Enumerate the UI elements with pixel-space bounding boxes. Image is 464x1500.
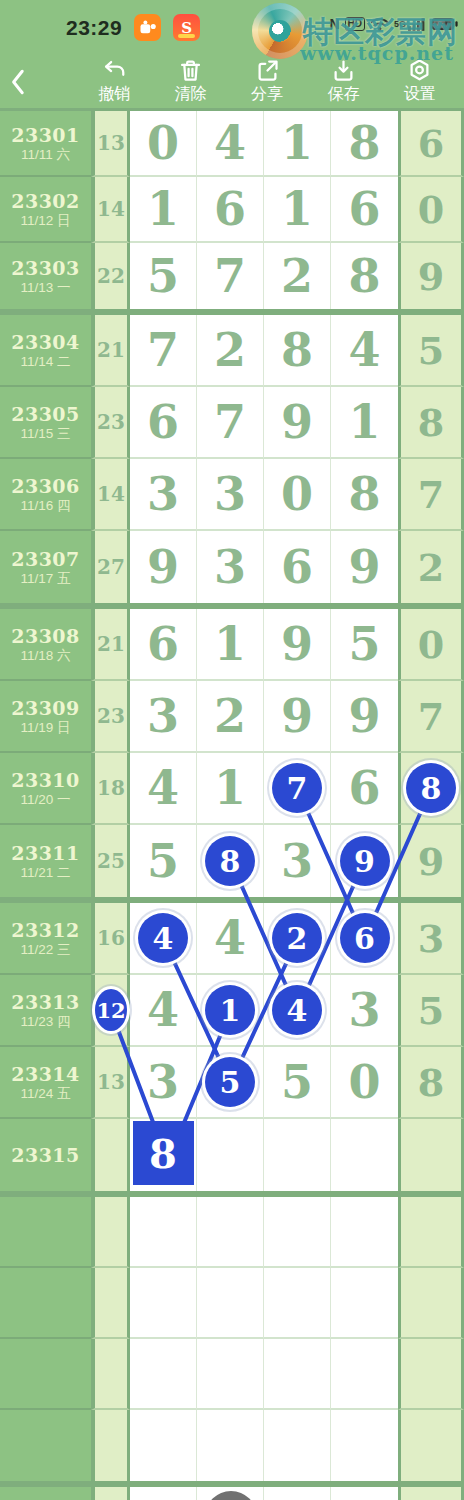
- cell-period: 2331411/24 五: [0, 1047, 91, 1119]
- battery-icon: [431, 17, 458, 31]
- circled-digit[interactable]: 9: [340, 836, 390, 886]
- table-row: 2330811/18 六 21 6 1 9 5 0: [0, 609, 464, 681]
- cell-digit[interactable]: 8: [331, 111, 398, 177]
- draw-group-3: 2330811/18 六 21 6 1 9 5 0 2330911/19 日 2…: [0, 609, 464, 897]
- table-row: 23315 8: [0, 1119, 464, 1191]
- signal-icon: [408, 17, 426, 32]
- cell-period: [0, 1410, 91, 1481]
- cell-tail[interactable]: 5: [398, 975, 464, 1047]
- circled-digit[interactable]: 4: [138, 913, 188, 963]
- cell-sum[interactable]: [91, 1119, 130, 1191]
- circled-digit[interactable]: 8: [205, 836, 255, 886]
- cell-digit[interactable]: 6: [331, 903, 398, 975]
- settings-button[interactable]: 设置: [382, 55, 458, 108]
- settings-icon: [406, 57, 433, 84]
- cell-sum[interactable]: [91, 1487, 130, 1500]
- cell-digit[interactable]: 3: [331, 975, 398, 1047]
- cell-digit[interactable]: 6: [130, 609, 197, 681]
- cell-digit[interactable]: [331, 1339, 398, 1410]
- cell-digit[interactable]: 6: [331, 177, 398, 243]
- cell-digit[interactable]: 1: [197, 609, 264, 681]
- cell-digit[interactable]: 1: [264, 177, 331, 243]
- toolbar: 撤销 清除 分享: [0, 55, 464, 108]
- cell-period: [0, 1197, 91, 1268]
- cell-digit[interactable]: 9: [331, 825, 398, 897]
- table-row: 2331011/20 一 18 4 1 7 6 8: [0, 753, 464, 825]
- cell-digit[interactable]: 4: [130, 903, 197, 975]
- cell-digit[interactable]: 6: [331, 753, 398, 825]
- cell-sum[interactable]: [91, 1410, 130, 1481]
- cell-sum[interactable]: 12: [91, 975, 130, 1047]
- cell-period: 2330311/13 一: [0, 243, 91, 309]
- cell-digit[interactable]: 2: [197, 315, 264, 387]
- cell-digit[interactable]: 7: [130, 315, 197, 387]
- circled-digit[interactable]: 4: [272, 985, 322, 1035]
- lottery-trend-app: 23:29 S N HD 5G: [0, 0, 464, 1500]
- cell-sum[interactable]: 22: [91, 243, 130, 309]
- cell-tail[interactable]: 7: [398, 459, 464, 531]
- cell-sum[interactable]: 23: [91, 681, 130, 753]
- cell-sum[interactable]: [91, 1339, 130, 1410]
- circled-digit[interactable]: 7: [272, 763, 322, 813]
- circled-digit[interactable]: 8: [406, 763, 456, 813]
- table-row: 2330911/19 日 23 3 2 9 9 7: [0, 681, 464, 753]
- cell-digit[interactable]: 0: [264, 459, 331, 531]
- cell-tail[interactable]: 3: [398, 903, 464, 975]
- cell-digit[interactable]: 9: [331, 681, 398, 753]
- wifi-icon: [370, 17, 389, 32]
- cell-tail[interactable]: [398, 1339, 464, 1410]
- table-row: 2330511/15 三 23 6 7 9 1 8: [0, 387, 464, 459]
- filled-square-digit[interactable]: 8: [133, 1121, 194, 1185]
- cell-digit[interactable]: 3: [130, 681, 197, 753]
- cell-digit[interactable]: 7: [197, 387, 264, 459]
- cell-tail[interactable]: [398, 1119, 464, 1191]
- circled-sum[interactable]: 12: [95, 989, 127, 1031]
- draw-group-2: 2330411/14 二 21 7 2 8 4 5 2330511/15 三 2…: [0, 315, 464, 603]
- cell-digit[interactable]: 3: [130, 459, 197, 531]
- cell-tail[interactable]: [398, 1268, 464, 1339]
- cell-digit[interactable]: 9: [130, 531, 197, 603]
- cell-period: 2331111/21 二: [0, 825, 91, 897]
- cell-sum[interactable]: 18: [91, 753, 130, 825]
- cell-period: 2330411/14 二: [0, 315, 91, 387]
- cell-digit[interactable]: [331, 1410, 398, 1481]
- table-row: [0, 1268, 464, 1339]
- cell-digit[interactable]: [197, 1197, 264, 1268]
- share-icon: [254, 57, 281, 84]
- network-type-label: 5G: [394, 19, 406, 29]
- cell-digit[interactable]: 9: [264, 387, 331, 459]
- cell-digit[interactable]: 4: [264, 975, 331, 1047]
- chevron-left-icon: [6, 67, 32, 97]
- cell-period: [0, 1487, 91, 1500]
- cell-sum[interactable]: 21: [91, 315, 130, 387]
- undo-icon: [101, 57, 128, 84]
- trash-icon: [177, 57, 204, 84]
- cell-sum[interactable]: [91, 1268, 130, 1339]
- cell-period: 2330711/17 五: [0, 531, 91, 603]
- cell-tail[interactable]: 8: [398, 753, 464, 825]
- cell-tail[interactable]: 7: [398, 681, 464, 753]
- circled-digit[interactable]: 1: [205, 985, 255, 1035]
- table-row: 2330111/11 六 13 0 4 1 8 6: [0, 111, 464, 177]
- table-row: 2330211/12 日 14 1 6 1 6 0: [0, 177, 464, 243]
- table-row: [0, 1339, 464, 1410]
- cell-digit[interactable]: 3: [130, 1047, 197, 1119]
- cell-digit[interactable]: 4: [197, 111, 264, 177]
- table-row: 2331411/24 五 13 3 5 5 0 8: [0, 1047, 464, 1119]
- circled-digit[interactable]: 5: [205, 1057, 255, 1107]
- table-row: 2331311/23 四 12 4 1 4 3 5: [0, 975, 464, 1047]
- cell-digit[interactable]: [264, 1410, 331, 1481]
- undo-button[interactable]: 撤销: [76, 55, 152, 108]
- nfc-icon: N: [329, 16, 339, 32]
- clear-label: 清除: [175, 85, 207, 103]
- cell-tail[interactable]: 9: [398, 825, 464, 897]
- cell-digit[interactable]: 4: [130, 753, 197, 825]
- cell-digit[interactable]: [264, 1339, 331, 1410]
- trend-grid: 2330111/11 六 13 0 4 1 8 6 2330211/12 日 1…: [0, 108, 464, 1500]
- cell-digit[interactable]: [130, 1410, 197, 1481]
- cell-period: 2330811/18 六: [0, 609, 91, 681]
- cell-digit[interactable]: 3: [197, 531, 264, 603]
- settings-label: 设置: [404, 85, 436, 103]
- cell-digit[interactable]: [197, 1119, 264, 1191]
- cell-sum[interactable]: 23: [91, 387, 130, 459]
- cell-digit[interactable]: [197, 1339, 264, 1410]
- cell-digit[interactable]: 0: [130, 111, 197, 177]
- cell-digit[interactable]: 8: [264, 315, 331, 387]
- cell-tail[interactable]: [398, 1487, 464, 1500]
- cell-digit[interactable]: [197, 1268, 264, 1339]
- table-row: [0, 1410, 464, 1481]
- cell-sum[interactable]: 13: [91, 1047, 130, 1119]
- save-label: 保存: [327, 85, 359, 103]
- cell-digit[interactable]: 1: [264, 111, 331, 177]
- cell-tail[interactable]: 8: [398, 1047, 464, 1119]
- cell-digit[interactable]: [130, 1197, 197, 1268]
- news-app-icon: S: [173, 14, 200, 41]
- cell-digit[interactable]: 8: [331, 243, 398, 309]
- cell-tail[interactable]: [398, 1410, 464, 1481]
- cell-digit[interactable]: 7: [264, 753, 331, 825]
- cell-tail[interactable]: 8: [398, 387, 464, 459]
- cell-digit[interactable]: 2: [197, 681, 264, 753]
- draw-group-1: 2330111/11 六 13 0 4 1 8 6 2330211/12 日 1…: [0, 111, 464, 309]
- cell-sum[interactable]: 16: [91, 903, 130, 975]
- cell-period: 2331011/20 一: [0, 753, 91, 825]
- cell-period: 2331211/22 三: [0, 903, 91, 975]
- cell-digit[interactable]: [264, 1119, 331, 1191]
- cell-digit[interactable]: [264, 1197, 331, 1268]
- cell-digit[interactable]: [331, 1268, 398, 1339]
- cell-digit[interactable]: [264, 1268, 331, 1339]
- cell-digit[interactable]: [331, 1197, 398, 1268]
- cell-digit[interactable]: 3: [197, 459, 264, 531]
- cell-digit[interactable]: 5: [197, 1047, 264, 1119]
- cell-digit[interactable]: 1: [197, 753, 264, 825]
- cell-digit[interactable]: [264, 1487, 331, 1500]
- share-button[interactable]: 分享: [229, 55, 305, 108]
- cell-digit[interactable]: 6: [264, 531, 331, 603]
- cell-digit[interactable]: [197, 1410, 264, 1481]
- cell-digit[interactable]: 6: [197, 177, 264, 243]
- cell-sum[interactable]: 25: [91, 825, 130, 897]
- cell-digit[interactable]: 8: [331, 459, 398, 531]
- draw-group-empty: [0, 1197, 464, 1481]
- cell-digit[interactable]: 7: [197, 243, 264, 309]
- clock: 23:29: [66, 16, 122, 40]
- cell-sum[interactable]: 14: [91, 177, 130, 243]
- circled-digit[interactable]: 2: [272, 913, 322, 963]
- cell-period: [0, 1268, 91, 1339]
- cell-period: 2330911/19 日: [0, 681, 91, 753]
- cell-period: 2331311/23 四: [0, 975, 91, 1047]
- cell-period: 23315: [0, 1119, 91, 1191]
- table-row: 2330611/16 四 14 3 3 0 8 7: [0, 459, 464, 531]
- circled-digit[interactable]: 6: [340, 913, 390, 963]
- cell-period: 2330611/16 四: [0, 459, 91, 531]
- hd-icon: HD: [345, 17, 365, 31]
- cell-digit[interactable]: 5: [331, 609, 398, 681]
- undo-label: 撤销: [98, 85, 130, 103]
- cell-tail[interactable]: 6: [398, 111, 464, 177]
- cell-period: 2330511/15 三: [0, 387, 91, 459]
- cell-digit[interactable]: 5: [130, 825, 197, 897]
- cell-sum[interactable]: [91, 1197, 130, 1268]
- cell-digit[interactable]: 9: [264, 609, 331, 681]
- draw-group-4: 2331211/22 三 16 4 4 2 6 3 2331311/23 四 1…: [0, 903, 464, 1191]
- kuaishou-app-icon: [134, 14, 161, 41]
- cell-digit[interactable]: 4: [331, 315, 398, 387]
- cell-digit[interactable]: 6: [130, 387, 197, 459]
- cell-digit[interactable]: 5: [264, 1047, 331, 1119]
- cell-digit[interactable]: 9: [331, 531, 398, 603]
- table-row: 2330411/14 二 21 7 2 8 4 5: [0, 315, 464, 387]
- cell-digit[interactable]: 5: [130, 243, 197, 309]
- clear-button[interactable]: 清除: [152, 55, 228, 108]
- cell-digit[interactable]: 2: [264, 243, 331, 309]
- cell-period: 2330111/11 六: [0, 111, 91, 177]
- table-row: 2330711/17 五 27 9 3 6 9 2: [0, 531, 464, 603]
- status-icons: N HD 5G: [329, 16, 458, 32]
- cell-tail[interactable]: 9: [398, 243, 464, 309]
- cell-digit[interactable]: 0: [331, 1047, 398, 1119]
- download-icon: [330, 57, 357, 84]
- cell-sum[interactable]: 27: [91, 531, 130, 603]
- cell-digit[interactable]: [130, 1487, 197, 1500]
- table-row: 2331211/22 三 16 4 4 2 6 3: [0, 903, 464, 975]
- cell-sum[interactable]: 21: [91, 609, 130, 681]
- cell-tail[interactable]: 0: [398, 177, 464, 243]
- cell-tail[interactable]: [398, 1197, 464, 1268]
- cell-digit[interactable]: 3: [264, 825, 331, 897]
- save-button[interactable]: 保存: [305, 55, 381, 108]
- cell-digit[interactable]: 4: [130, 975, 197, 1047]
- cell-digit[interactable]: 1: [331, 387, 398, 459]
- news-app-bar: [178, 34, 195, 38]
- table-row: 2331111/21 二 25 5 8 3 9 9: [0, 825, 464, 897]
- status-bar: 23:29 S N HD 5G: [0, 0, 464, 55]
- cell-period: 2330211/12 日: [0, 177, 91, 243]
- cell-digit[interactable]: 2: [264, 903, 331, 975]
- cell-digit[interactable]: [331, 1119, 398, 1191]
- cell-tail[interactable]: 5: [398, 315, 464, 387]
- cell-digit[interactable]: [130, 1268, 197, 1339]
- cell-digit[interactable]: [130, 1339, 197, 1410]
- cell-tail[interactable]: 0: [398, 609, 464, 681]
- cell-digit[interactable]: 4: [197, 903, 264, 975]
- back-button[interactable]: [6, 55, 76, 108]
- cell-digit[interactable]: 9: [264, 681, 331, 753]
- cell-digit[interactable]: [331, 1487, 398, 1500]
- share-label: 分享: [251, 85, 283, 103]
- cell-sum[interactable]: 13: [91, 111, 130, 177]
- cell-tail[interactable]: 2: [398, 531, 464, 603]
- cell-digit[interactable]: 1: [197, 975, 264, 1047]
- table-row: 2330311/13 一 22 5 7 2 8 9: [0, 243, 464, 309]
- camera-icon: [139, 19, 157, 37]
- cell-digit[interactable]: 8: [197, 825, 264, 897]
- table-row: [0, 1197, 464, 1268]
- cell-digit[interactable]: 8: [130, 1119, 197, 1191]
- cell-digit[interactable]: 1: [130, 177, 197, 243]
- cell-sum[interactable]: 14: [91, 459, 130, 531]
- cell-period: [0, 1339, 91, 1410]
